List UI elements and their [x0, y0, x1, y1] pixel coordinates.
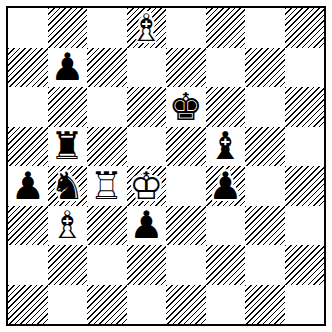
piece-black-pawn[interactable]: ♟: [206, 166, 246, 206]
square-d2[interactable]: [127, 245, 167, 285]
black-knight-glyph: ♞: [48, 166, 88, 206]
square-c5[interactable]: [87, 127, 127, 167]
square-a7[interactable]: [8, 48, 48, 88]
square-c3[interactable]: [87, 206, 127, 246]
square-h5[interactable]: [285, 127, 325, 167]
square-e7[interactable]: [166, 48, 206, 88]
square-h6[interactable]: [285, 87, 325, 127]
square-e3[interactable]: [166, 206, 206, 246]
square-d6[interactable]: [127, 87, 167, 127]
square-a8[interactable]: [8, 8, 48, 48]
square-e1[interactable]: [166, 285, 206, 325]
square-e5[interactable]: [166, 127, 206, 167]
square-e6[interactable]: ♚: [166, 87, 206, 127]
square-b7[interactable]: ♟: [48, 48, 88, 88]
piece-white-bishop[interactable]: ♝♗: [48, 206, 88, 246]
square-d1[interactable]: [127, 285, 167, 325]
square-g7[interactable]: [245, 48, 285, 88]
square-e8[interactable]: [166, 8, 206, 48]
black-pawn-glyph: ♟: [127, 206, 167, 246]
piece-black-bishop[interactable]: ♝: [206, 127, 246, 167]
square-f6[interactable]: [206, 87, 246, 127]
square-e2[interactable]: [166, 245, 206, 285]
square-d8[interactable]: ♝♗: [127, 8, 167, 48]
square-g1[interactable]: [245, 285, 285, 325]
piece-black-pawn[interactable]: ♟: [8, 166, 48, 206]
square-c8[interactable]: [87, 8, 127, 48]
piece-black-knight[interactable]: ♞: [48, 166, 88, 206]
square-f8[interactable]: [206, 8, 246, 48]
square-f1[interactable]: [206, 285, 246, 325]
square-b8[interactable]: [48, 8, 88, 48]
square-b5[interactable]: ♜: [48, 127, 88, 167]
piece-black-pawn[interactable]: ♟: [127, 206, 167, 246]
square-d3[interactable]: ♟: [127, 206, 167, 246]
square-b2[interactable]: [48, 245, 88, 285]
square-b6[interactable]: [48, 87, 88, 127]
square-g2[interactable]: [245, 245, 285, 285]
square-e4[interactable]: [166, 166, 206, 206]
black-pawn-glyph: ♟: [8, 166, 48, 206]
square-f5[interactable]: ♝: [206, 127, 246, 167]
white-king-glyph: ♔: [127, 166, 167, 206]
square-a2[interactable]: [8, 245, 48, 285]
square-b3[interactable]: ♝♗: [48, 206, 88, 246]
square-a5[interactable]: [8, 127, 48, 167]
square-c4[interactable]: ♜♖: [87, 166, 127, 206]
square-h2[interactable]: [285, 245, 325, 285]
square-f4[interactable]: ♟: [206, 166, 246, 206]
square-d5[interactable]: [127, 127, 167, 167]
square-d7[interactable]: [127, 48, 167, 88]
piece-white-king[interactable]: ♚♔: [127, 166, 167, 206]
piece-black-king[interactable]: ♚: [166, 87, 206, 127]
square-g3[interactable]: [245, 206, 285, 246]
piece-white-rook[interactable]: ♜♖: [87, 166, 127, 206]
square-d4[interactable]: ♚♔: [127, 166, 167, 206]
black-pawn-glyph: ♟: [206, 166, 246, 206]
black-pawn-glyph: ♟: [48, 48, 88, 88]
piece-black-pawn[interactable]: ♟: [48, 48, 88, 88]
square-a1[interactable]: [8, 285, 48, 325]
square-f3[interactable]: [206, 206, 246, 246]
square-b1[interactable]: [48, 285, 88, 325]
board-frame: ♝♗♟♚♜♝♟♞♜♖♚♔♟♝♗♟: [6, 6, 326, 326]
square-h3[interactable]: [285, 206, 325, 246]
square-a4[interactable]: ♟: [8, 166, 48, 206]
white-bishop-glyph: ♗: [127, 8, 167, 48]
square-c6[interactable]: [87, 87, 127, 127]
square-h1[interactable]: [285, 285, 325, 325]
piece-white-bishop[interactable]: ♝♗: [127, 8, 167, 48]
square-g4[interactable]: [245, 166, 285, 206]
square-g6[interactable]: [245, 87, 285, 127]
square-f7[interactable]: [206, 48, 246, 88]
square-h8[interactable]: [285, 8, 325, 48]
chess-diagram: ♝♗♟♚♜♝♟♞♜♖♚♔♟♝♗♟: [0, 0, 332, 332]
square-h4[interactable]: [285, 166, 325, 206]
white-rook-glyph: ♖: [87, 166, 127, 206]
square-g8[interactable]: [245, 8, 285, 48]
square-c1[interactable]: [87, 285, 127, 325]
chess-board: ♝♗♟♚♜♝♟♞♜♖♚♔♟♝♗♟: [8, 8, 324, 324]
black-king-glyph: ♚: [166, 87, 206, 127]
piece-black-rook[interactable]: ♜: [48, 127, 88, 167]
square-b4[interactable]: ♞: [48, 166, 88, 206]
square-h7[interactable]: [285, 48, 325, 88]
square-c7[interactable]: [87, 48, 127, 88]
black-rook-glyph: ♜: [48, 127, 88, 167]
square-g5[interactable]: [245, 127, 285, 167]
square-a3[interactable]: [8, 206, 48, 246]
square-a6[interactable]: [8, 87, 48, 127]
square-c2[interactable]: [87, 245, 127, 285]
black-bishop-glyph: ♝: [206, 127, 246, 167]
white-bishop-glyph: ♗: [48, 206, 88, 246]
square-f2[interactable]: [206, 245, 246, 285]
